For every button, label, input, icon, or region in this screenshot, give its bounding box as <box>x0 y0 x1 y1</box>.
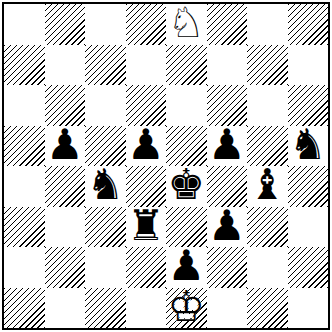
black-bishop-g4: ♝ <box>247 166 288 207</box>
square-g1[interactable] <box>247 288 288 329</box>
white-king-e1: ♚♔ <box>166 288 207 329</box>
black-knight-c4: ♞ <box>85 166 126 207</box>
square-c2[interactable] <box>85 247 126 288</box>
chess-board: ♞♘♟♟♟♞♞♚♝♜♟♟♚♔ <box>4 4 328 328</box>
square-f3[interactable]: ♟ <box>207 207 248 248</box>
black-knight-h5: ♞ <box>288 126 329 167</box>
square-b1[interactable] <box>45 288 86 329</box>
square-a6[interactable] <box>4 85 45 126</box>
square-e4[interactable]: ♚ <box>166 166 207 207</box>
piece-glyph: ♔ <box>167 287 205 327</box>
square-f8[interactable] <box>207 4 248 45</box>
square-h3[interactable] <box>288 207 329 248</box>
square-b7[interactable] <box>45 45 86 86</box>
square-c6[interactable] <box>85 85 126 126</box>
square-d7[interactable] <box>126 45 167 86</box>
square-b5[interactable]: ♟ <box>45 126 86 167</box>
piece-glyph: ♞ <box>289 125 327 165</box>
square-c3[interactable] <box>85 207 126 248</box>
square-h1[interactable] <box>288 288 329 329</box>
square-f1[interactable] <box>207 288 248 329</box>
black-pawn-d5: ♟ <box>126 126 167 167</box>
black-pawn-b5: ♟ <box>45 126 86 167</box>
square-d8[interactable] <box>126 4 167 45</box>
square-g3[interactable] <box>247 207 288 248</box>
square-h5[interactable]: ♞ <box>288 126 329 167</box>
black-rook-d3: ♜ <box>126 207 167 248</box>
white-knight-e8: ♞♘ <box>166 4 207 45</box>
piece-glyph: ♟ <box>127 125 165 165</box>
square-f5[interactable]: ♟ <box>207 126 248 167</box>
square-d3[interactable]: ♜ <box>126 207 167 248</box>
piece-glyph: ♟ <box>167 246 205 286</box>
square-e6[interactable] <box>166 85 207 126</box>
square-a4[interactable] <box>4 166 45 207</box>
square-e8[interactable]: ♞♘ <box>166 4 207 45</box>
square-b8[interactable] <box>45 4 86 45</box>
square-d1[interactable] <box>126 288 167 329</box>
square-h7[interactable] <box>288 45 329 86</box>
square-c7[interactable] <box>85 45 126 86</box>
piece-glyph: ♝ <box>248 165 286 205</box>
square-d2[interactable] <box>126 247 167 288</box>
square-c1[interactable] <box>85 288 126 329</box>
square-a1[interactable] <box>4 288 45 329</box>
black-pawn-f5: ♟ <box>207 126 248 167</box>
square-g2[interactable] <box>247 247 288 288</box>
square-c8[interactable] <box>85 4 126 45</box>
piece-glyph: ♟ <box>208 125 246 165</box>
square-b4[interactable] <box>45 166 86 207</box>
board-frame: ♞♘♟♟♟♞♞♚♝♜♟♟♚♔ <box>2 2 330 330</box>
square-a3[interactable] <box>4 207 45 248</box>
square-a2[interactable] <box>4 247 45 288</box>
square-b3[interactable] <box>45 207 86 248</box>
black-pawn-f3: ♟ <box>207 207 248 248</box>
square-e1[interactable]: ♚♔ <box>166 288 207 329</box>
square-a8[interactable] <box>4 4 45 45</box>
square-h2[interactable] <box>288 247 329 288</box>
square-a7[interactable] <box>4 45 45 86</box>
piece-glyph: ♞ <box>86 165 124 205</box>
square-h8[interactable] <box>288 4 329 45</box>
square-f7[interactable] <box>207 45 248 86</box>
square-g4[interactable]: ♝ <box>247 166 288 207</box>
piece-glyph: ♟ <box>46 125 84 165</box>
square-c4[interactable]: ♞ <box>85 166 126 207</box>
square-g8[interactable] <box>247 4 288 45</box>
piece-glyph: ♘ <box>167 3 205 43</box>
square-a5[interactable] <box>4 126 45 167</box>
square-b2[interactable] <box>45 247 86 288</box>
square-g7[interactable] <box>247 45 288 86</box>
square-h4[interactable] <box>288 166 329 207</box>
black-king-e4: ♚ <box>166 166 207 207</box>
piece-glyph: ♜ <box>127 206 165 246</box>
square-f2[interactable] <box>207 247 248 288</box>
piece-glyph: ♚ <box>167 165 205 205</box>
square-e7[interactable] <box>166 45 207 86</box>
piece-glyph: ♟ <box>208 206 246 246</box>
square-d5[interactable]: ♟ <box>126 126 167 167</box>
square-g6[interactable] <box>247 85 288 126</box>
